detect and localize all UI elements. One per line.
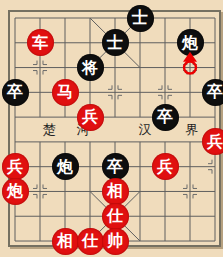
last-move-indicator [0,0,223,257]
last-move-arrow [183,52,197,62]
last-move-origin-ring [184,62,196,74]
xiangqi-board[interactable]: 楚 河 汉 界 士士炮将卒卒卒炮卒车马兵兵兵兵炮相仕相仕帅 [0,0,223,257]
